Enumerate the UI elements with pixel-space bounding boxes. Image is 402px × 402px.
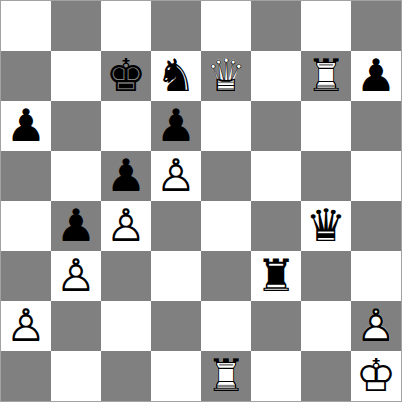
square-a4[interactable] bbox=[1, 201, 51, 251]
piece-black-pawn[interactable]: ♟ bbox=[351, 51, 401, 101]
piece-white-pawn[interactable]: ♟♙ bbox=[51, 251, 101, 301]
square-f2[interactable] bbox=[251, 301, 301, 351]
square-c7[interactable]: ♚ bbox=[101, 51, 151, 101]
chessboard-window: ♚♞♛♕♜♖♟♟♟♟♟♙♟♟♙♛♟♙♜♟♙♟♙♜♖♚♔ bbox=[0, 0, 402, 402]
square-c2[interactable] bbox=[101, 301, 151, 351]
black-queen-icon: ♛ bbox=[301, 201, 351, 251]
square-e1[interactable]: ♜♖ bbox=[201, 351, 251, 401]
piece-black-pawn[interactable]: ♟ bbox=[1, 101, 51, 151]
white-pawn-icon: ♙ bbox=[151, 151, 201, 201]
piece-black-rook[interactable]: ♜ bbox=[251, 251, 301, 301]
square-d6[interactable]: ♟ bbox=[151, 101, 201, 151]
square-g6[interactable] bbox=[301, 101, 351, 151]
square-d2[interactable] bbox=[151, 301, 201, 351]
black-pawn-icon: ♟ bbox=[1, 101, 51, 151]
black-pawn-icon: ♟ bbox=[51, 201, 101, 251]
square-e4[interactable] bbox=[201, 201, 251, 251]
piece-black-king[interactable]: ♚ bbox=[101, 51, 151, 101]
square-e2[interactable] bbox=[201, 301, 251, 351]
square-h8[interactable] bbox=[351, 1, 401, 51]
square-e7[interactable]: ♛♕ bbox=[201, 51, 251, 101]
square-d8[interactable] bbox=[151, 1, 201, 51]
square-f8[interactable] bbox=[251, 1, 301, 51]
square-d5[interactable]: ♟♙ bbox=[151, 151, 201, 201]
square-e5[interactable] bbox=[201, 151, 251, 201]
white-rook-icon: ♖ bbox=[201, 351, 251, 401]
square-a3[interactable] bbox=[1, 251, 51, 301]
square-g1[interactable] bbox=[301, 351, 351, 401]
piece-black-pawn[interactable]: ♟ bbox=[151, 101, 201, 151]
piece-white-pawn[interactable]: ♟♙ bbox=[151, 151, 201, 201]
square-a5[interactable] bbox=[1, 151, 51, 201]
square-h7[interactable]: ♟ bbox=[351, 51, 401, 101]
square-c6[interactable] bbox=[101, 101, 151, 151]
square-a8[interactable] bbox=[1, 1, 51, 51]
square-a1[interactable] bbox=[1, 351, 51, 401]
piece-white-pawn[interactable]: ♟♙ bbox=[1, 301, 51, 351]
white-pawn-icon: ♙ bbox=[1, 301, 51, 351]
square-c1[interactable] bbox=[101, 351, 151, 401]
square-h1[interactable]: ♚♔ bbox=[351, 351, 401, 401]
square-g8[interactable] bbox=[301, 1, 351, 51]
piece-white-rook[interactable]: ♜♖ bbox=[301, 51, 351, 101]
piece-black-knight[interactable]: ♞ bbox=[151, 51, 201, 101]
square-d7[interactable]: ♞ bbox=[151, 51, 201, 101]
square-c8[interactable] bbox=[101, 1, 151, 51]
square-a2[interactable]: ♟♙ bbox=[1, 301, 51, 351]
square-b1[interactable] bbox=[51, 351, 101, 401]
piece-white-rook[interactable]: ♜♖ bbox=[201, 351, 251, 401]
square-c4[interactable]: ♟♙ bbox=[101, 201, 151, 251]
square-b7[interactable] bbox=[51, 51, 101, 101]
square-f7[interactable] bbox=[251, 51, 301, 101]
chess-board: ♚♞♛♕♜♖♟♟♟♟♟♙♟♟♙♛♟♙♜♟♙♟♙♜♖♚♔ bbox=[0, 0, 402, 402]
piece-white-pawn[interactable]: ♟♙ bbox=[101, 201, 151, 251]
square-h5[interactable] bbox=[351, 151, 401, 201]
square-b8[interactable] bbox=[51, 1, 101, 51]
square-c3[interactable] bbox=[101, 251, 151, 301]
square-e3[interactable] bbox=[201, 251, 251, 301]
black-pawn-icon: ♟ bbox=[101, 151, 151, 201]
black-rook-icon: ♜ bbox=[251, 251, 301, 301]
piece-white-pawn[interactable]: ♟♙ bbox=[351, 301, 401, 351]
square-f5[interactable] bbox=[251, 151, 301, 201]
square-c5[interactable]: ♟ bbox=[101, 151, 151, 201]
white-queen-icon: ♕ bbox=[201, 51, 251, 101]
white-king-icon: ♔ bbox=[351, 351, 401, 401]
white-pawn-icon: ♙ bbox=[51, 251, 101, 301]
square-e8[interactable] bbox=[201, 1, 251, 51]
square-b4[interactable]: ♟ bbox=[51, 201, 101, 251]
white-pawn-icon: ♙ bbox=[351, 301, 401, 351]
square-h2[interactable]: ♟♙ bbox=[351, 301, 401, 351]
square-h4[interactable] bbox=[351, 201, 401, 251]
white-pawn-icon: ♙ bbox=[101, 201, 151, 251]
square-d4[interactable] bbox=[151, 201, 201, 251]
square-a6[interactable]: ♟ bbox=[1, 101, 51, 151]
square-b2[interactable] bbox=[51, 301, 101, 351]
black-king-icon: ♚ bbox=[101, 51, 151, 101]
white-rook-icon: ♖ bbox=[301, 51, 351, 101]
square-g5[interactable] bbox=[301, 151, 351, 201]
piece-black-pawn[interactable]: ♟ bbox=[51, 201, 101, 251]
square-f4[interactable] bbox=[251, 201, 301, 251]
square-h3[interactable] bbox=[351, 251, 401, 301]
square-d3[interactable] bbox=[151, 251, 201, 301]
piece-white-queen[interactable]: ♛♕ bbox=[201, 51, 251, 101]
piece-black-queen[interactable]: ♛ bbox=[301, 201, 351, 251]
square-g4[interactable]: ♛ bbox=[301, 201, 351, 251]
piece-white-king[interactable]: ♚♔ bbox=[351, 351, 401, 401]
square-g3[interactable] bbox=[301, 251, 351, 301]
square-b3[interactable]: ♟♙ bbox=[51, 251, 101, 301]
square-h6[interactable] bbox=[351, 101, 401, 151]
square-g2[interactable] bbox=[301, 301, 351, 351]
square-d1[interactable] bbox=[151, 351, 201, 401]
black-pawn-icon: ♟ bbox=[151, 101, 201, 151]
black-pawn-icon: ♟ bbox=[351, 51, 401, 101]
square-b6[interactable] bbox=[51, 101, 101, 151]
square-f1[interactable] bbox=[251, 351, 301, 401]
square-a7[interactable] bbox=[1, 51, 51, 101]
black-knight-icon: ♞ bbox=[151, 51, 201, 101]
square-g7[interactable]: ♜♖ bbox=[301, 51, 351, 101]
square-b5[interactable] bbox=[51, 151, 101, 201]
square-f3[interactable]: ♜ bbox=[251, 251, 301, 301]
square-f6[interactable] bbox=[251, 101, 301, 151]
square-e6[interactable] bbox=[201, 101, 251, 151]
piece-black-pawn[interactable]: ♟ bbox=[101, 151, 151, 201]
